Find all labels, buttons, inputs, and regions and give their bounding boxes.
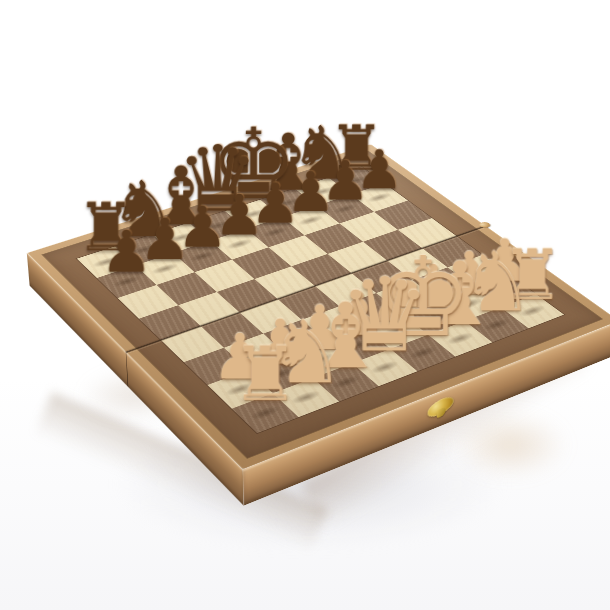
folding-chess-box: ♜♞♝♛♚♝♞♜♟♟♟♟♟♟♟♟♟♟♟♟♟♟♟♟♜♞♝♛♚♝♞♜ <box>27 144 610 470</box>
fold-joint-line <box>125 352 128 387</box>
product-photo-stage: Wooden folding chess set, pieces in star… <box>0 0 610 610</box>
piece-white-rook-a1[interactable]: ♜ <box>204 333 325 412</box>
white-rook-glyph: ♜ <box>232 337 299 412</box>
board-scene: ♜♞♝♛♚♝♞♜♟♟♟♟♟♟♟♟♟♟♟♟♟♟♟♟♜♞♝♛♚♝♞♜ <box>101 72 529 500</box>
